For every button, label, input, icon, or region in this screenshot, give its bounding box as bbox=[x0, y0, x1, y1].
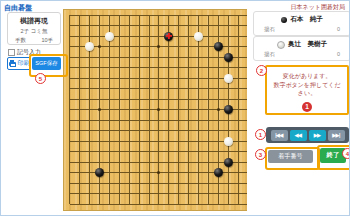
board-cell[interactable] bbox=[233, 94, 243, 105]
board-cell[interactable] bbox=[174, 73, 184, 84]
board-cell[interactable] bbox=[124, 157, 134, 168]
board-cell[interactable] bbox=[223, 52, 233, 63]
board-cell[interactable] bbox=[154, 10, 164, 21]
board-cell[interactable] bbox=[124, 126, 134, 137]
board-cell[interactable] bbox=[213, 10, 223, 21]
board-cell[interactable] bbox=[124, 52, 134, 63]
board-cell[interactable] bbox=[85, 10, 95, 21]
board-cell[interactable] bbox=[194, 157, 204, 168]
board-cell[interactable] bbox=[154, 21, 164, 32]
board-cell[interactable] bbox=[184, 21, 194, 32]
board-cell[interactable] bbox=[174, 52, 184, 63]
board-cell[interactable] bbox=[85, 199, 95, 210]
board-cell[interactable] bbox=[243, 73, 247, 84]
board-cell[interactable] bbox=[124, 178, 134, 189]
board-cell[interactable] bbox=[213, 94, 223, 105]
board-cell[interactable] bbox=[154, 73, 164, 84]
board-cell[interactable] bbox=[184, 147, 194, 158]
board-cell[interactable] bbox=[114, 42, 124, 53]
board-cell[interactable] bbox=[134, 84, 144, 95]
board-cell[interactable] bbox=[223, 189, 233, 200]
board-cell[interactable] bbox=[65, 52, 75, 63]
board-cell[interactable] bbox=[124, 31, 134, 42]
board-cell[interactable] bbox=[174, 115, 184, 126]
board-cell[interactable] bbox=[233, 178, 243, 189]
board-cell[interactable] bbox=[223, 136, 233, 147]
board-cell[interactable] bbox=[174, 168, 184, 179]
board-cell[interactable] bbox=[95, 21, 105, 32]
board-cell[interactable] bbox=[144, 157, 154, 168]
board-cell[interactable] bbox=[75, 42, 85, 53]
board-cell[interactable] bbox=[154, 31, 164, 42]
board-cell[interactable] bbox=[223, 10, 233, 21]
board-cell[interactable] bbox=[95, 105, 105, 116]
board-cell[interactable] bbox=[85, 52, 95, 63]
board-cell[interactable] bbox=[194, 52, 204, 63]
board-cell[interactable] bbox=[233, 21, 243, 32]
board-cell[interactable] bbox=[174, 199, 184, 210]
board-cell[interactable] bbox=[105, 105, 115, 116]
board-cell[interactable] bbox=[233, 84, 243, 95]
board-cell[interactable] bbox=[144, 147, 154, 158]
board-cell[interactable] bbox=[95, 157, 105, 168]
board-cell[interactable] bbox=[223, 31, 233, 42]
board-cell[interactable] bbox=[95, 147, 105, 158]
board-cell[interactable] bbox=[95, 178, 105, 189]
board-cell[interactable] bbox=[194, 10, 204, 21]
board-cell[interactable] bbox=[75, 21, 85, 32]
board-cell[interactable] bbox=[243, 168, 247, 179]
board-cell[interactable] bbox=[75, 199, 85, 210]
board-cell[interactable] bbox=[233, 115, 243, 126]
board-cell[interactable] bbox=[194, 168, 204, 179]
board-cell[interactable] bbox=[194, 126, 204, 137]
board-cell[interactable] bbox=[184, 10, 194, 21]
sgf-save-button[interactable]: SGF保存 bbox=[32, 57, 61, 70]
board-cell[interactable] bbox=[233, 199, 243, 210]
board-cell[interactable] bbox=[114, 105, 124, 116]
nav-to-start-button[interactable]: |◀◀ bbox=[271, 130, 288, 141]
board-cell[interactable] bbox=[223, 147, 233, 158]
board-cell[interactable] bbox=[144, 126, 154, 137]
board-cell[interactable] bbox=[124, 105, 134, 116]
board-cell[interactable] bbox=[243, 52, 247, 63]
board-cell[interactable] bbox=[95, 94, 105, 105]
board-cell[interactable] bbox=[213, 168, 223, 179]
board-cell[interactable] bbox=[154, 105, 164, 116]
board-cell[interactable] bbox=[105, 94, 115, 105]
board-cell[interactable] bbox=[105, 42, 115, 53]
board-cell[interactable] bbox=[223, 105, 233, 116]
board-cell[interactable] bbox=[134, 168, 144, 179]
board-cell[interactable] bbox=[95, 52, 105, 63]
board-cell[interactable] bbox=[184, 199, 194, 210]
board-cell[interactable] bbox=[144, 105, 154, 116]
board-cell[interactable] bbox=[105, 84, 115, 95]
board-cell[interactable] bbox=[154, 84, 164, 95]
board-cell[interactable] bbox=[75, 136, 85, 147]
board-cell[interactable] bbox=[223, 168, 233, 179]
board-cell[interactable] bbox=[105, 63, 115, 74]
board-cell[interactable] bbox=[65, 105, 75, 116]
board-cell[interactable] bbox=[124, 84, 134, 95]
board-cell[interactable] bbox=[75, 105, 85, 116]
board-cell[interactable] bbox=[134, 21, 144, 32]
board-cell[interactable] bbox=[243, 147, 247, 158]
board-cell[interactable] bbox=[85, 63, 95, 74]
board-cell[interactable] bbox=[164, 147, 174, 158]
board-cell[interactable] bbox=[144, 52, 154, 63]
board-cell[interactable] bbox=[164, 157, 174, 168]
board-cell[interactable] bbox=[144, 73, 154, 84]
board-cell[interactable] bbox=[164, 42, 174, 53]
board-cell[interactable] bbox=[65, 115, 75, 126]
board-cell[interactable] bbox=[95, 136, 105, 147]
board-cell[interactable] bbox=[233, 189, 243, 200]
board-cell[interactable] bbox=[114, 157, 124, 168]
board-cell[interactable] bbox=[164, 52, 174, 63]
board-cell[interactable] bbox=[105, 189, 115, 200]
board-cell[interactable] bbox=[233, 136, 243, 147]
board-cell[interactable] bbox=[213, 115, 223, 126]
board-cell[interactable] bbox=[213, 147, 223, 158]
board-cell[interactable] bbox=[164, 84, 174, 95]
board-cell[interactable] bbox=[114, 168, 124, 179]
board-cell[interactable] bbox=[184, 84, 194, 95]
board-cell[interactable] bbox=[184, 126, 194, 137]
board-cell[interactable] bbox=[194, 105, 204, 116]
board-cell[interactable] bbox=[203, 136, 213, 147]
board-cell[interactable] bbox=[213, 84, 223, 95]
board-cell[interactable] bbox=[134, 126, 144, 137]
board-cell[interactable] bbox=[85, 42, 95, 53]
board-cell[interactable] bbox=[105, 199, 115, 210]
nav-step-back-button[interactable]: ◀◀ bbox=[290, 130, 307, 141]
board-cell[interactable] bbox=[114, 126, 124, 137]
board-cell[interactable] bbox=[223, 63, 233, 74]
board-cell[interactable] bbox=[203, 157, 213, 168]
board-cell[interactable] bbox=[124, 147, 134, 158]
board-cell[interactable] bbox=[114, 21, 124, 32]
board-cell[interactable] bbox=[85, 84, 95, 95]
board-cell[interactable] bbox=[223, 126, 233, 137]
board-cell[interactable] bbox=[85, 178, 95, 189]
board-cell[interactable] bbox=[213, 63, 223, 74]
board-cell[interactable] bbox=[95, 10, 105, 21]
board-cell[interactable] bbox=[174, 147, 184, 158]
board-cell[interactable] bbox=[243, 136, 247, 147]
board-cell[interactable] bbox=[134, 73, 144, 84]
board-cell[interactable] bbox=[95, 199, 105, 210]
board-cell[interactable] bbox=[243, 157, 247, 168]
board-cell[interactable] bbox=[164, 199, 174, 210]
board-cell[interactable] bbox=[134, 147, 144, 158]
board-cell[interactable] bbox=[203, 63, 213, 74]
board-cell[interactable] bbox=[95, 189, 105, 200]
board-cell[interactable] bbox=[164, 10, 174, 21]
board-cell[interactable] bbox=[223, 42, 233, 53]
board-cell[interactable] bbox=[233, 157, 243, 168]
board-cell[interactable] bbox=[134, 178, 144, 189]
board-cell[interactable] bbox=[203, 115, 213, 126]
board-cell[interactable] bbox=[65, 199, 75, 210]
board-cell[interactable] bbox=[164, 63, 174, 74]
board-cell[interactable] bbox=[233, 52, 243, 63]
board-cell[interactable] bbox=[65, 147, 75, 158]
board-cell[interactable] bbox=[203, 94, 213, 105]
board-cell[interactable] bbox=[203, 147, 213, 158]
board-cell[interactable] bbox=[95, 115, 105, 126]
board-cell[interactable] bbox=[154, 136, 164, 147]
board-cell[interactable] bbox=[184, 157, 194, 168]
board-cell[interactable] bbox=[174, 10, 184, 21]
board-cell[interactable] bbox=[203, 126, 213, 137]
board-cell[interactable] bbox=[164, 115, 174, 126]
board-cell[interactable] bbox=[223, 199, 233, 210]
board-cell[interactable] bbox=[85, 168, 95, 179]
board-cell[interactable] bbox=[144, 31, 154, 42]
board-cell[interactable] bbox=[114, 63, 124, 74]
board-cell[interactable] bbox=[213, 157, 223, 168]
board-cell[interactable] bbox=[65, 84, 75, 95]
board-cell[interactable] bbox=[203, 73, 213, 84]
board-cell[interactable] bbox=[164, 126, 174, 137]
board-cell[interactable] bbox=[213, 178, 223, 189]
board-cell[interactable] bbox=[164, 21, 174, 32]
board-cell[interactable] bbox=[184, 73, 194, 84]
board-cell[interactable] bbox=[203, 42, 213, 53]
board-cell[interactable] bbox=[233, 31, 243, 42]
board-cell[interactable] bbox=[134, 157, 144, 168]
board-cell[interactable] bbox=[233, 105, 243, 116]
board-cell[interactable] bbox=[213, 105, 223, 116]
board-cell[interactable] bbox=[85, 157, 95, 168]
board-cell[interactable] bbox=[105, 73, 115, 84]
board-cell[interactable] bbox=[184, 189, 194, 200]
board-cell[interactable] bbox=[184, 63, 194, 74]
board-cell[interactable] bbox=[154, 168, 164, 179]
board-cell[interactable] bbox=[85, 136, 95, 147]
board-cell[interactable] bbox=[184, 42, 194, 53]
board-cell[interactable] bbox=[134, 42, 144, 53]
board-cell[interactable] bbox=[243, 126, 247, 137]
board-cell[interactable] bbox=[243, 21, 247, 32]
board-cell[interactable] bbox=[154, 189, 164, 200]
board-cell[interactable] bbox=[203, 178, 213, 189]
board-cell[interactable] bbox=[105, 157, 115, 168]
board-cell[interactable] bbox=[174, 157, 184, 168]
board-cell[interactable] bbox=[243, 42, 247, 53]
board-cell[interactable] bbox=[65, 10, 75, 21]
board-cell[interactable] bbox=[75, 157, 85, 168]
board-cell[interactable] bbox=[134, 105, 144, 116]
board-cell[interactable] bbox=[134, 31, 144, 42]
board-cell[interactable] bbox=[134, 94, 144, 105]
board-cell[interactable] bbox=[233, 42, 243, 53]
board-cell[interactable] bbox=[134, 115, 144, 126]
board-cell[interactable] bbox=[95, 31, 105, 42]
board-cell[interactable] bbox=[114, 178, 124, 189]
board-cell[interactable] bbox=[105, 168, 115, 179]
symbol-input-checkbox[interactable]: 記号入力 bbox=[8, 48, 41, 57]
board-cell[interactable] bbox=[75, 10, 85, 21]
board-cell[interactable] bbox=[75, 73, 85, 84]
nav-to-end-button[interactable]: ▶▶| bbox=[328, 130, 345, 141]
board-cell[interactable] bbox=[65, 178, 75, 189]
board-cell[interactable] bbox=[124, 136, 134, 147]
board-cell[interactable] bbox=[233, 63, 243, 74]
board-cell[interactable] bbox=[213, 21, 223, 32]
board-cell[interactable] bbox=[65, 31, 75, 42]
board-cell[interactable] bbox=[223, 21, 233, 32]
board-cell[interactable] bbox=[154, 157, 164, 168]
board-cell[interactable] bbox=[194, 94, 204, 105]
board-cell[interactable] bbox=[144, 136, 154, 147]
board-cell[interactable] bbox=[85, 105, 95, 116]
board-cell[interactable] bbox=[124, 199, 134, 210]
board-cell[interactable] bbox=[233, 126, 243, 137]
board-cell[interactable] bbox=[65, 42, 75, 53]
board-cell[interactable] bbox=[114, 31, 124, 42]
checkbox-box[interactable] bbox=[8, 49, 15, 56]
board-cell[interactable] bbox=[75, 168, 85, 179]
board-cell[interactable] bbox=[233, 73, 243, 84]
board-cell[interactable] bbox=[65, 73, 75, 84]
board-cell[interactable] bbox=[95, 126, 105, 137]
board-cell[interactable] bbox=[134, 136, 144, 147]
board-cell[interactable] bbox=[174, 42, 184, 53]
board-cell[interactable] bbox=[164, 105, 174, 116]
go-board[interactable] bbox=[63, 9, 247, 211]
board-cell[interactable] bbox=[124, 42, 134, 53]
board-cell[interactable] bbox=[114, 84, 124, 95]
board-cell[interactable] bbox=[134, 52, 144, 63]
board-cell[interactable] bbox=[203, 21, 213, 32]
board-cell[interactable] bbox=[105, 126, 115, 137]
board-cell[interactable] bbox=[233, 10, 243, 21]
board-cell[interactable] bbox=[184, 178, 194, 189]
board-cell[interactable] bbox=[95, 84, 105, 95]
board-cell[interactable] bbox=[243, 105, 247, 116]
board-cell[interactable] bbox=[105, 147, 115, 158]
board-cell[interactable] bbox=[85, 31, 95, 42]
board-cell[interactable] bbox=[75, 84, 85, 95]
board-cell[interactable] bbox=[105, 115, 115, 126]
board-cell[interactable] bbox=[114, 147, 124, 158]
board-cell[interactable] bbox=[194, 189, 204, 200]
board-cell[interactable] bbox=[223, 84, 233, 95]
board-cell[interactable] bbox=[124, 189, 134, 200]
board-cell[interactable] bbox=[243, 10, 247, 21]
board-cell[interactable] bbox=[85, 73, 95, 84]
board-cell[interactable] bbox=[114, 94, 124, 105]
board-cell[interactable] bbox=[233, 168, 243, 179]
board-cell[interactable] bbox=[174, 84, 184, 95]
board-cell[interactable] bbox=[184, 105, 194, 116]
board-cell[interactable] bbox=[65, 189, 75, 200]
board-cell[interactable] bbox=[144, 168, 154, 179]
board-cell[interactable] bbox=[95, 42, 105, 53]
board-cell[interactable] bbox=[144, 10, 154, 21]
board-cell[interactable] bbox=[174, 189, 184, 200]
board-cell[interactable] bbox=[184, 136, 194, 147]
board-cell[interactable] bbox=[194, 31, 204, 42]
board-cell[interactable] bbox=[154, 178, 164, 189]
board-cell[interactable] bbox=[105, 178, 115, 189]
board-cell[interactable] bbox=[105, 10, 115, 21]
board-cell[interactable] bbox=[223, 94, 233, 105]
board-cell[interactable] bbox=[85, 94, 95, 105]
board-cell[interactable] bbox=[124, 21, 134, 32]
board-cell[interactable] bbox=[95, 63, 105, 74]
board-cell[interactable] bbox=[164, 31, 174, 42]
board-cell[interactable] bbox=[174, 178, 184, 189]
board-cell[interactable] bbox=[75, 63, 85, 74]
board-cell[interactable] bbox=[75, 31, 85, 42]
board-cell[interactable] bbox=[75, 147, 85, 158]
board-cell[interactable] bbox=[75, 189, 85, 200]
board-cell[interactable] bbox=[203, 199, 213, 210]
board-cell[interactable] bbox=[75, 115, 85, 126]
board-cell[interactable] bbox=[65, 157, 75, 168]
board-cell[interactable] bbox=[174, 136, 184, 147]
board-cell[interactable] bbox=[164, 136, 174, 147]
board-cell[interactable] bbox=[144, 178, 154, 189]
board-cell[interactable] bbox=[105, 31, 115, 42]
board-cell[interactable] bbox=[75, 126, 85, 137]
board-cell[interactable] bbox=[203, 10, 213, 21]
board-cell[interactable] bbox=[184, 94, 194, 105]
board-cell[interactable] bbox=[65, 126, 75, 137]
board-cell[interactable] bbox=[174, 31, 184, 42]
board-cell[interactable] bbox=[213, 31, 223, 42]
board-cell[interactable] bbox=[75, 52, 85, 63]
board-cell[interactable] bbox=[243, 115, 247, 126]
board-cell[interactable] bbox=[114, 52, 124, 63]
board-cell[interactable] bbox=[233, 147, 243, 158]
board-cell[interactable] bbox=[213, 199, 223, 210]
board-cell[interactable] bbox=[203, 105, 213, 116]
board-cell[interactable] bbox=[114, 73, 124, 84]
board-cell[interactable] bbox=[75, 94, 85, 105]
board-cell[interactable] bbox=[65, 21, 75, 32]
board-cell[interactable] bbox=[164, 178, 174, 189]
board-cell[interactable] bbox=[105, 136, 115, 147]
board-cell[interactable] bbox=[223, 178, 233, 189]
board-cell[interactable] bbox=[114, 189, 124, 200]
board-cell[interactable] bbox=[154, 199, 164, 210]
board-cell[interactable] bbox=[154, 42, 164, 53]
board-cell[interactable] bbox=[144, 63, 154, 74]
board-cell[interactable] bbox=[223, 157, 233, 168]
board-cell[interactable] bbox=[154, 126, 164, 137]
board-cell[interactable] bbox=[194, 84, 204, 95]
board-cell[interactable] bbox=[213, 136, 223, 147]
board-cell[interactable] bbox=[203, 31, 213, 42]
board-cell[interactable] bbox=[243, 63, 247, 74]
board-cell[interactable] bbox=[203, 84, 213, 95]
board-cell[interactable] bbox=[174, 94, 184, 105]
board-cell[interactable] bbox=[144, 199, 154, 210]
board-cell[interactable] bbox=[144, 84, 154, 95]
board-cell[interactable] bbox=[203, 189, 213, 200]
board-cell[interactable] bbox=[144, 189, 154, 200]
board-cell[interactable] bbox=[105, 52, 115, 63]
board-cell[interactable] bbox=[184, 52, 194, 63]
board-cell[interactable] bbox=[114, 10, 124, 21]
board-cell[interactable] bbox=[134, 10, 144, 21]
board-cell[interactable] bbox=[124, 115, 134, 126]
